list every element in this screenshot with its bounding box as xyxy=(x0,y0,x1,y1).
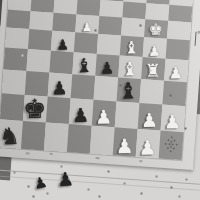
square-c2 xyxy=(46,97,71,125)
square-b4 xyxy=(26,49,50,73)
square-h5 xyxy=(166,39,190,61)
square-f5: ♝ xyxy=(120,36,144,58)
square-e3 xyxy=(94,76,119,102)
square-d4: ♝ xyxy=(72,52,96,76)
square-d6: ♟ xyxy=(75,14,99,34)
square-h7 xyxy=(168,5,192,23)
square-d2: ♟ xyxy=(69,98,94,126)
square-b1 xyxy=(21,121,46,151)
square-b5 xyxy=(28,29,52,51)
square-h2: ♟ xyxy=(161,105,186,133)
piece-white-pawn-d6: ♟ xyxy=(81,21,92,33)
square-g2: ♟ xyxy=(138,103,163,131)
captured-black-pawn: ♟ xyxy=(56,169,74,189)
square-h4: ♟ xyxy=(164,59,188,83)
board-brand-text: ® xyxy=(195,30,200,46)
piece-white-pawn-f1: ♟ xyxy=(115,136,133,156)
piece-white-king-g6: ♚ xyxy=(148,22,163,38)
piece-black-pawn-d2: ♟ xyxy=(71,106,88,125)
square-g5: ♟ xyxy=(143,37,167,59)
square-e6 xyxy=(98,16,122,36)
piece-black-bishop-d4: ♝ xyxy=(75,56,92,75)
square-e7 xyxy=(99,0,123,18)
square-e2: ♟ xyxy=(92,100,117,128)
square-a3 xyxy=(2,69,27,95)
margin-print-mark xyxy=(139,160,142,162)
square-f7 xyxy=(122,2,146,20)
square-g3 xyxy=(139,79,164,105)
square-c4 xyxy=(49,51,73,75)
square-g1: ♟ xyxy=(136,129,161,159)
square-d5 xyxy=(74,32,98,54)
piece-white-pawn-h4: ♟ xyxy=(168,65,183,81)
square-a5 xyxy=(5,28,29,50)
square-c1 xyxy=(44,123,69,153)
square-h1 xyxy=(159,131,184,161)
piece-black-bishop-f3: ♝ xyxy=(118,80,138,102)
square-f4: ♝ xyxy=(118,55,142,79)
piece-white-rook-g4: ♜ xyxy=(144,62,160,80)
square-f1: ♟ xyxy=(113,127,138,157)
square-g7 xyxy=(145,3,169,21)
square-f3: ♝ xyxy=(117,77,142,103)
square-g4: ♜ xyxy=(141,57,165,81)
piece-black-knight-a1: ♞ xyxy=(0,125,20,148)
chess-board-photo: ♟♚♟♝♟♝♟♝♜♟♟♝♚♟♟♟♟♞♟♟ ® ♟♟ xyxy=(0,0,200,200)
square-c5: ♟ xyxy=(51,31,75,53)
margin-print-mark xyxy=(95,157,99,159)
piece-black-pawn-c5: ♟ xyxy=(56,37,69,51)
piece-white-bishop-f5: ♝ xyxy=(123,39,139,56)
square-d3 xyxy=(71,74,96,100)
margin-print-mark xyxy=(26,152,30,154)
piece-white-bishop-f4: ♝ xyxy=(121,59,138,78)
dust-speckles xyxy=(0,0,1,1)
square-g6: ♚ xyxy=(144,19,168,39)
square-e4: ♟ xyxy=(95,54,119,78)
square-c3: ♟ xyxy=(48,73,73,99)
square-f6 xyxy=(121,18,145,38)
margin-print-mark xyxy=(50,153,53,155)
piece-black-pawn-c3: ♟ xyxy=(51,79,67,97)
square-h3 xyxy=(162,81,187,107)
corner-logo-diamond-icon xyxy=(162,135,180,156)
square-b2: ♚ xyxy=(23,95,48,123)
piece-white-pawn-g1: ♟ xyxy=(138,138,156,158)
square-d1 xyxy=(67,124,92,154)
square-a6 xyxy=(6,10,30,30)
square-e1 xyxy=(90,126,115,156)
piece-black-pawn-e4: ♟ xyxy=(99,61,114,77)
square-a4 xyxy=(3,47,27,71)
square-a1: ♞ xyxy=(0,119,23,149)
captured-black-pawn: ♟ xyxy=(33,175,49,192)
square-e5 xyxy=(97,34,121,56)
square-d7 xyxy=(76,0,100,16)
piece-white-pawn-h2: ♟ xyxy=(163,112,180,131)
square-b6 xyxy=(29,11,53,31)
piece-white-pawn-g2: ♟ xyxy=(140,111,157,130)
square-h6 xyxy=(167,21,191,41)
square-c6 xyxy=(52,13,76,33)
piece-black-king-b2: ♚ xyxy=(22,96,46,122)
chess-board: ♟♚♟♝♟♝♟♝♜♟♟♝♚♟♟♟♟♞♟♟ ® xyxy=(0,0,200,170)
board-grid: ♟♚♟♝♟♝♟♝♜♟♟♝♚♟♟♟♟♞♟♟ xyxy=(0,0,193,160)
square-f2 xyxy=(115,101,140,129)
piece-white-pawn-e2: ♟ xyxy=(94,107,111,126)
square-a2 xyxy=(0,93,25,121)
piece-white-pawn-g5: ♟ xyxy=(148,44,161,58)
